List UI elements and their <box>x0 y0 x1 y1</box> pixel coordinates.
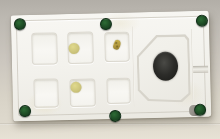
board-underside <box>11 11 212 122</box>
recess-top-left <box>31 32 58 65</box>
right-rim-notch <box>193 66 208 73</box>
felt-pad-bottom-center <box>109 110 121 122</box>
photo-backdrop <box>0 0 220 139</box>
recess-bottom-right <box>106 78 131 105</box>
backdrop-seam-line <box>0 123 220 125</box>
recess-bottom-left <box>33 78 59 108</box>
